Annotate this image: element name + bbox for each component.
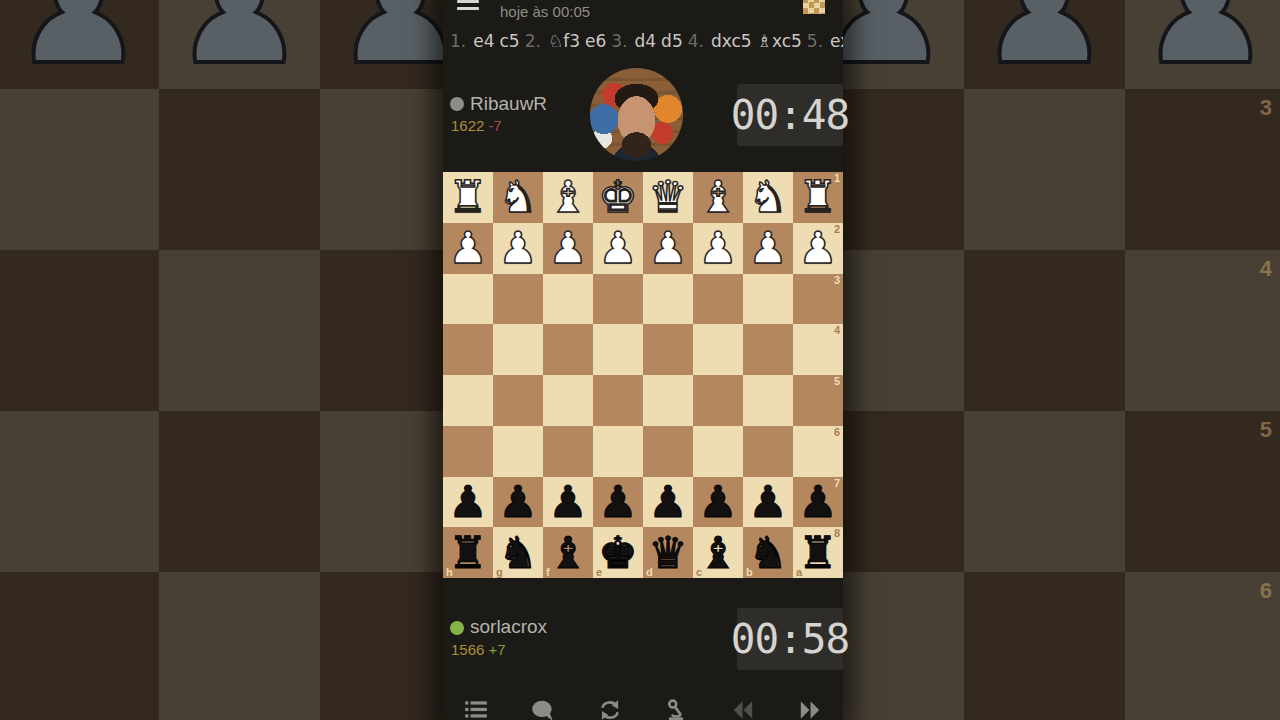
black-pawn-piece: ♟: [498, 477, 537, 527]
background-square: [964, 411, 1125, 572]
move-san[interactable]: e4: [473, 31, 494, 51]
white-knight-piece: ♞: [498, 172, 537, 222]
move-number: 1.: [450, 31, 466, 51]
square-a4[interactable]: 4: [793, 324, 843, 375]
move-san[interactable]: d4: [634, 31, 656, 51]
rank-label: 6: [834, 426, 840, 438]
background-square: [1125, 250, 1280, 411]
white-knight-piece: ♞: [748, 172, 787, 222]
player-bottom-rating: 1566+7: [451, 641, 505, 658]
square-h7[interactable]: ♟: [443, 477, 493, 528]
background-square: [159, 411, 320, 572]
move-san[interactable]: ♘f3: [548, 31, 580, 51]
game-date-title: hoje às 00:05: [500, 3, 590, 20]
white-queen-piece: ♛: [648, 172, 687, 222]
file-label: f: [546, 566, 550, 578]
square-a2[interactable]: ♟2: [793, 223, 843, 274]
move-number: 2.: [525, 31, 541, 51]
square-g6[interactable]: [493, 426, 543, 477]
square-e4[interactable]: [593, 324, 643, 375]
chess-board[interactable]: ♜♞♝♚♛♝♞♜1♟♟♟♟♟♟♟♟23456♟♟♟♟♟♟♟♟7♜h♞g♝f♚e♛…: [443, 172, 843, 578]
black-queen-piece: ♛: [648, 528, 687, 578]
square-g4[interactable]: [493, 324, 543, 375]
square-g1[interactable]: ♞: [493, 172, 543, 223]
square-b8[interactable]: ♞b: [743, 527, 793, 578]
white-pawn-piece: ♟: [798, 223, 837, 273]
square-c2[interactable]: ♟: [693, 223, 743, 274]
file-label: b: [746, 566, 753, 578]
black-bishop-piece: ♝: [698, 528, 737, 578]
square-b2[interactable]: ♟: [743, 223, 793, 274]
square-f3[interactable]: [543, 274, 593, 325]
black-knight-piece: ♞: [748, 528, 787, 578]
square-g2[interactable]: ♟: [493, 223, 543, 274]
move-san[interactable]: d5: [661, 31, 683, 51]
analysis-icon[interactable]: [656, 697, 696, 720]
rating-delta: -7: [488, 117, 501, 134]
background-rank-label: 6: [1260, 578, 1272, 604]
square-d2[interactable]: ♟: [643, 223, 693, 274]
square-c7[interactable]: ♟: [693, 477, 743, 528]
black-king-piece: ♚: [598, 528, 637, 578]
square-d1[interactable]: ♛: [643, 172, 693, 223]
player-top-name[interactable]: RibauwR: [470, 93, 547, 115]
file-label: c: [696, 566, 702, 578]
square-f1[interactable]: ♝: [543, 172, 593, 223]
square-d7[interactable]: ♟: [643, 477, 693, 528]
chess-app-panel: hoje às 00:05 1.e4c52.♘f3e63.d4d54.dxc5♗…: [443, 0, 843, 720]
black-pawn-piece: ♟: [748, 477, 787, 527]
square-a7[interactable]: ♟7: [793, 477, 843, 528]
square-c8[interactable]: ♝c: [693, 527, 743, 578]
square-a1[interactable]: ♜1: [793, 172, 843, 223]
move-list[interactable]: 1.e4c52.♘f3e63.d4d54.dxc5♗xc55.exd5exd56…: [445, 31, 843, 55]
background-square: [964, 89, 1125, 250]
background-square: [159, 250, 320, 411]
move-san[interactable]: c5: [500, 31, 520, 51]
white-rook-piece: ♜: [798, 172, 837, 222]
white-pawn-piece: ♟: [498, 223, 537, 273]
square-c1[interactable]: ♝: [693, 172, 743, 223]
square-e7[interactable]: ♟: [593, 477, 643, 528]
background-pawn-silhouette: ♟: [1125, 0, 1280, 90]
white-rook-piece: ♜: [448, 172, 487, 222]
square-d8[interactable]: ♛d: [643, 527, 693, 578]
square-h4[interactable]: [443, 324, 493, 375]
move-number: 4.: [688, 31, 704, 51]
square-g3[interactable]: [493, 274, 543, 325]
white-king-piece: ♚: [598, 172, 637, 222]
rating-value: 1622: [451, 117, 484, 134]
square-a3[interactable]: 3: [793, 274, 843, 325]
clock-top: 00:48: [737, 84, 843, 146]
square-g7[interactable]: ♟: [493, 477, 543, 528]
square-e6[interactable]: [593, 426, 643, 477]
black-pawn-piece: ♟: [598, 477, 637, 527]
square-b4[interactable]: [743, 324, 793, 375]
board-thumbnail-icon[interactable]: [803, 0, 825, 14]
background-square: [964, 250, 1125, 411]
black-bishop-piece: ♝: [548, 528, 587, 578]
rank-label: 3: [834, 274, 840, 286]
background-square: [964, 572, 1125, 720]
move-san[interactable]: e6: [585, 31, 606, 51]
status-dot-gray: [450, 97, 464, 111]
square-h6[interactable]: [443, 426, 493, 477]
rank-label: 7: [834, 477, 840, 489]
move-san[interactable]: dxc5: [711, 31, 752, 51]
rating-delta: +7: [488, 641, 505, 658]
square-a8[interactable]: ♜8a: [793, 527, 843, 578]
square-d3[interactable]: [643, 274, 693, 325]
background-pawn-silhouette: ♟: [159, 0, 320, 90]
background-square: [0, 572, 159, 720]
black-pawn-piece: ♟: [548, 477, 587, 527]
background-square: [0, 411, 159, 572]
white-pawn-piece: ♟: [698, 223, 737, 273]
player-top-rating: 1622-7: [451, 117, 502, 134]
square-f5[interactable]: [543, 375, 593, 426]
square-g5[interactable]: [493, 375, 543, 426]
background-pawn-silhouette: ♟: [964, 0, 1125, 90]
white-bishop-piece: ♝: [548, 172, 587, 222]
background-square: [0, 250, 159, 411]
white-pawn-piece: ♟: [748, 223, 787, 273]
background-square: [1125, 411, 1280, 572]
black-rook-piece: ♜: [448, 528, 487, 578]
square-b7[interactable]: ♟: [743, 477, 793, 528]
rank-label: 5: [834, 375, 840, 387]
move-number: 5.: [807, 31, 823, 51]
rank-label: 8: [834, 527, 840, 539]
square-h5[interactable]: [443, 375, 493, 426]
square-b5[interactable]: [743, 375, 793, 426]
file-label: a: [796, 566, 802, 578]
file-label: g: [496, 566, 503, 578]
black-knight-piece: ♞: [498, 528, 537, 578]
square-f7[interactable]: ♟: [543, 477, 593, 528]
background-square: [159, 89, 320, 250]
clock-bottom: 00:58: [737, 608, 843, 670]
square-e5[interactable]: [593, 375, 643, 426]
square-f2[interactable]: ♟: [543, 223, 593, 274]
background-rank-label: 5: [1260, 417, 1272, 443]
bottom-toolbar: [443, 697, 843, 720]
white-pawn-piece: ♟: [598, 223, 637, 273]
white-pawn-piece: ♟: [648, 223, 687, 273]
square-f6[interactable]: [543, 426, 593, 477]
square-e3[interactable]: [593, 274, 643, 325]
square-h1[interactable]: ♜: [443, 172, 493, 223]
background-square: [0, 89, 159, 250]
square-e1[interactable]: ♚: [593, 172, 643, 223]
square-g8[interactable]: ♞g: [493, 527, 543, 578]
player-top-avatar[interactable]: [590, 68, 683, 161]
square-c6[interactable]: [693, 426, 743, 477]
white-pawn-piece: ♟: [448, 223, 487, 273]
square-b3[interactable]: [743, 274, 793, 325]
chat-icon[interactable]: [523, 697, 563, 720]
screenshot-stage: ♟♟♟♟♟♟♟♟3456 hoje às 00:05 1.e4c52.♘f3e6…: [0, 0, 1280, 720]
flip-board-icon[interactable]: [590, 697, 630, 720]
move-san[interactable]: exd5: [830, 31, 843, 51]
move-list-icon[interactable]: [456, 697, 496, 720]
black-rook-piece: ♜: [798, 528, 837, 578]
move-san[interactable]: ♗xc5: [757, 31, 802, 51]
square-e8[interactable]: ♚e: [593, 527, 643, 578]
background-square: [1125, 572, 1280, 720]
player-bottom-name[interactable]: sorlacrox: [470, 616, 547, 638]
square-c4[interactable]: [693, 324, 743, 375]
hamburger-menu-icon[interactable]: [457, 0, 479, 12]
move-number: 3.: [611, 31, 627, 51]
rank-label: 1: [834, 172, 840, 184]
background-square: [159, 572, 320, 720]
status-dot-green: [450, 621, 464, 635]
square-h8[interactable]: ♜h: [443, 527, 493, 578]
rank-label: 4: [834, 324, 840, 336]
square-d4[interactable]: [643, 324, 693, 375]
black-pawn-piece: ♟: [448, 477, 487, 527]
square-f8[interactable]: ♝f: [543, 527, 593, 578]
white-bishop-piece: ♝: [698, 172, 737, 222]
file-label: h: [446, 566, 453, 578]
square-c5[interactable]: [693, 375, 743, 426]
forward-icon[interactable]: [790, 697, 830, 720]
file-label: d: [646, 566, 653, 578]
background-pawn-silhouette: ♟: [0, 0, 159, 90]
rating-value: 1566: [451, 641, 484, 658]
square-d6[interactable]: [643, 426, 693, 477]
rewind-icon[interactable]: [723, 697, 763, 720]
square-a6[interactable]: 6: [793, 426, 843, 477]
square-c3[interactable]: [693, 274, 743, 325]
white-pawn-piece: ♟: [548, 223, 587, 273]
square-f4[interactable]: [543, 324, 593, 375]
rank-label: 2: [834, 223, 840, 235]
black-pawn-piece: ♟: [798, 477, 837, 527]
black-pawn-piece: ♟: [698, 477, 737, 527]
black-pawn-piece: ♟: [648, 477, 687, 527]
background-rank-label: 4: [1260, 256, 1272, 282]
square-b1[interactable]: ♞: [743, 172, 793, 223]
square-h2[interactable]: ♟: [443, 223, 493, 274]
file-label: e: [596, 566, 602, 578]
square-h3[interactable]: [443, 274, 493, 325]
background-square: [1125, 89, 1280, 250]
background-rank-label: 3: [1260, 95, 1272, 121]
square-d5[interactable]: [643, 375, 693, 426]
square-a5[interactable]: 5: [793, 375, 843, 426]
square-e2[interactable]: ♟: [593, 223, 643, 274]
square-b6[interactable]: [743, 426, 793, 477]
